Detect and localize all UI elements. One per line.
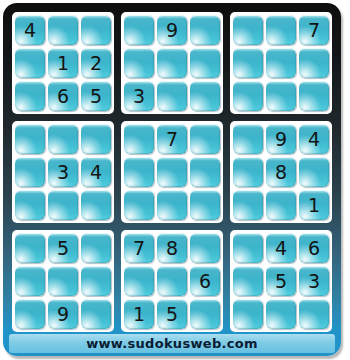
cell-r3c8[interactable] [266, 81, 296, 111]
cell-r8c1[interactable] [15, 266, 45, 296]
sudoku-board-frame: 41265937347948159786154653 www.sudokuswe… [3, 3, 341, 356]
cell-r5c7[interactable] [233, 157, 263, 187]
box-5: 7 [121, 121, 223, 223]
cell-r6c1[interactable] [15, 190, 45, 220]
cell-r3c6[interactable] [190, 81, 220, 111]
cell-r9c9[interactable] [299, 299, 329, 329]
cell-r2c8[interactable] [266, 48, 296, 78]
cell-r1c7[interactable] [233, 15, 263, 45]
cell-r3c3[interactable]: 5 [81, 81, 111, 111]
cell-r7c2[interactable]: 5 [48, 233, 78, 263]
cell-r8c3[interactable] [81, 266, 111, 296]
cell-r9c8[interactable] [266, 299, 296, 329]
cell-r3c2[interactable]: 6 [48, 81, 78, 111]
cell-r3c1[interactable] [15, 81, 45, 111]
cell-r6c3[interactable] [81, 190, 111, 220]
cell-r2c5[interactable] [157, 48, 187, 78]
cell-r7c5[interactable]: 8 [157, 233, 187, 263]
box-2: 93 [121, 12, 223, 114]
cell-r4c1[interactable] [15, 124, 45, 154]
cell-r8c9[interactable]: 3 [299, 266, 329, 296]
cell-r2c9[interactable] [299, 48, 329, 78]
cell-r9c6[interactable] [190, 299, 220, 329]
cell-r5c5[interactable] [157, 157, 187, 187]
box-8: 78615 [121, 230, 223, 332]
cell-r1c5[interactable]: 9 [157, 15, 187, 45]
cell-r2c7[interactable] [233, 48, 263, 78]
cell-r3c5[interactable] [157, 81, 187, 111]
cell-r6c6[interactable] [190, 190, 220, 220]
cell-r5c8[interactable]: 8 [266, 157, 296, 187]
cell-r9c4[interactable]: 1 [124, 299, 154, 329]
cell-r2c1[interactable] [15, 48, 45, 78]
cell-r4c7[interactable] [233, 124, 263, 154]
box-9: 4653 [230, 230, 332, 332]
cell-r9c1[interactable] [15, 299, 45, 329]
site-url: www.sudokusweb.com [86, 336, 258, 351]
cell-r7c6[interactable] [190, 233, 220, 263]
cell-r2c6[interactable] [190, 48, 220, 78]
cell-r4c2[interactable] [48, 124, 78, 154]
cell-r1c6[interactable] [190, 15, 220, 45]
cell-r3c9[interactable] [299, 81, 329, 111]
cell-r8c5[interactable] [157, 266, 187, 296]
cell-r7c7[interactable] [233, 233, 263, 263]
cell-r3c7[interactable] [233, 81, 263, 111]
cell-r6c8[interactable] [266, 190, 296, 220]
cell-r9c3[interactable] [81, 299, 111, 329]
cell-r1c9[interactable]: 7 [299, 15, 329, 45]
cell-r7c1[interactable] [15, 233, 45, 263]
cell-r2c3[interactable]: 2 [81, 48, 111, 78]
cell-r4c9[interactable]: 4 [299, 124, 329, 154]
footer-bar: www.sudokusweb.com [9, 334, 335, 353]
cell-r4c6[interactable] [190, 124, 220, 154]
cell-r2c4[interactable] [124, 48, 154, 78]
cell-r8c4[interactable] [124, 266, 154, 296]
cell-r5c4[interactable] [124, 157, 154, 187]
cell-r4c3[interactable] [81, 124, 111, 154]
cell-r1c1[interactable]: 4 [15, 15, 45, 45]
cell-r5c2[interactable]: 3 [48, 157, 78, 187]
cell-r9c2[interactable]: 9 [48, 299, 78, 329]
cell-r5c1[interactable] [15, 157, 45, 187]
cell-r7c8[interactable]: 4 [266, 233, 296, 263]
cell-r7c4[interactable]: 7 [124, 233, 154, 263]
cell-r6c4[interactable] [124, 190, 154, 220]
box-3: 7 [230, 12, 332, 114]
cell-r4c5[interactable]: 7 [157, 124, 187, 154]
cell-r1c8[interactable] [266, 15, 296, 45]
sudoku-board: 41265937347948159786154653 [12, 12, 332, 332]
cell-r8c7[interactable] [233, 266, 263, 296]
cell-r5c3[interactable]: 4 [81, 157, 111, 187]
cell-r3c4[interactable]: 3 [124, 81, 154, 111]
cell-r8c6[interactable]: 6 [190, 266, 220, 296]
cell-r2c2[interactable]: 1 [48, 48, 78, 78]
cell-r7c9[interactable]: 6 [299, 233, 329, 263]
cell-r1c2[interactable] [48, 15, 78, 45]
cell-r9c7[interactable] [233, 299, 263, 329]
cell-r6c5[interactable] [157, 190, 187, 220]
cell-r4c8[interactable]: 9 [266, 124, 296, 154]
box-7: 59 [12, 230, 114, 332]
cell-r9c5[interactable]: 5 [157, 299, 187, 329]
cell-r8c2[interactable] [48, 266, 78, 296]
box-6: 9481 [230, 121, 332, 223]
cell-r8c8[interactable]: 5 [266, 266, 296, 296]
cell-r1c4[interactable] [124, 15, 154, 45]
box-4: 34 [12, 121, 114, 223]
cell-r6c2[interactable] [48, 190, 78, 220]
box-1: 41265 [12, 12, 114, 114]
cell-r4c4[interactable] [124, 124, 154, 154]
cell-r5c6[interactable] [190, 157, 220, 187]
cell-r1c3[interactable] [81, 15, 111, 45]
cell-r7c3[interactable] [81, 233, 111, 263]
cell-r5c9[interactable] [299, 157, 329, 187]
cell-r6c9[interactable]: 1 [299, 190, 329, 220]
cell-r6c7[interactable] [233, 190, 263, 220]
